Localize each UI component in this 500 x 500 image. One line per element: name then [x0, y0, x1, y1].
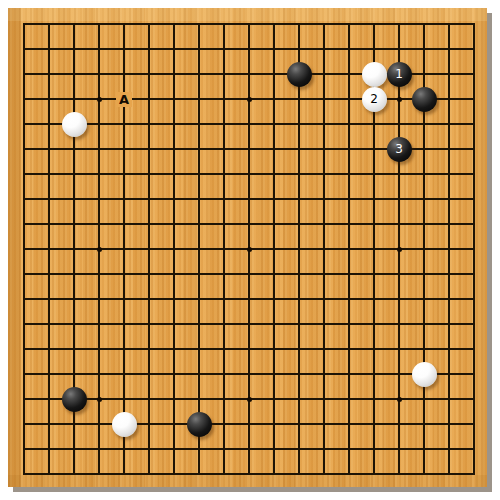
star-point — [97, 397, 102, 402]
star-point — [397, 247, 402, 252]
page: 123A — [0, 0, 500, 500]
grid-line-vertical — [448, 23, 450, 475]
grid-line-horizontal — [23, 373, 475, 375]
star-point — [247, 397, 252, 402]
stone-black[interactable] — [412, 87, 437, 112]
stone-white[interactable] — [362, 62, 387, 87]
move-number: 1 — [395, 62, 403, 87]
point-label-A[interactable]: A — [116, 92, 132, 107]
grid-line-vertical — [273, 23, 275, 475]
grid-line-horizontal — [23, 448, 475, 450]
stone-white[interactable] — [412, 362, 437, 387]
stone-black[interactable]: 1 — [387, 62, 412, 87]
stone-black[interactable]: 3 — [387, 137, 412, 162]
stone-white[interactable]: 2 — [362, 87, 387, 112]
stone-white[interactable] — [62, 112, 87, 137]
stone-black[interactable] — [187, 412, 212, 437]
stone-white[interactable] — [112, 412, 137, 437]
star-point — [97, 97, 102, 102]
grid-line-horizontal — [23, 473, 475, 475]
move-number: 3 — [395, 137, 403, 162]
star-point — [397, 397, 402, 402]
grid-line-horizontal — [23, 423, 475, 425]
star-point — [397, 97, 402, 102]
grid-line-horizontal — [23, 273, 475, 275]
star-point — [97, 247, 102, 252]
move-number: 2 — [370, 87, 378, 112]
grid-line-vertical — [473, 23, 475, 475]
grid-line-vertical — [298, 23, 300, 475]
stone-black[interactable] — [287, 62, 312, 87]
stone-black[interactable] — [62, 387, 87, 412]
grid-line-vertical — [323, 23, 325, 475]
grid-line-vertical — [348, 23, 350, 475]
go-board[interactable]: 123A — [8, 8, 487, 487]
grid-line-horizontal — [23, 323, 475, 325]
star-point — [247, 97, 252, 102]
star-point — [247, 247, 252, 252]
grid-line-horizontal — [23, 348, 475, 350]
grid-line-horizontal — [23, 298, 475, 300]
